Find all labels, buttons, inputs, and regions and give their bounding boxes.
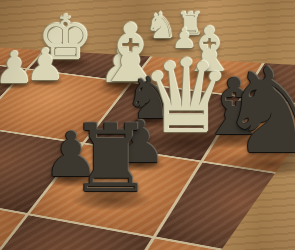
dark-knight-h3[interactable]: ♞ — [218, 52, 295, 170]
dark-rook-b2[interactable]: ♜ — [69, 112, 153, 206]
chess-scene: ♜♞♟♚♝♟♟♟♝♞♝♛♞♟♟♜ — [0, 0, 295, 250]
piece-layer: ♜♞♟♚♝♟♟♟♝♞♝♛♞♟♟♜ — [0, 0, 295, 250]
white-pawn-a5[interactable]: ♟ — [0, 46, 34, 90]
